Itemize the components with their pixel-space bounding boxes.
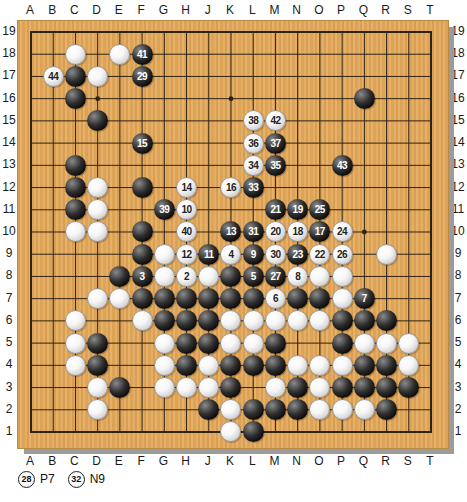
black-stone-R4[interactable]: [376, 355, 397, 376]
row-label-right-17: 17: [451, 68, 464, 82]
white-stone-L5[interactable]: [243, 333, 264, 354]
col-label-bottom-M: M: [269, 454, 279, 468]
white-stone-C5[interactable]: [65, 333, 86, 354]
black-stone-M13[interactable]: 35: [265, 155, 286, 176]
col-label-top-J: J: [205, 3, 211, 17]
white-stone-G3[interactable]: [154, 377, 175, 398]
black-stone-J5[interactable]: [198, 333, 219, 354]
col-label-bottom-T: T: [426, 454, 433, 468]
row-label-left-18: 18: [2, 46, 15, 60]
white-stone-M7[interactable]: 6: [265, 288, 286, 309]
col-label-top-A: A: [26, 3, 34, 17]
row-label-right-7: 7: [455, 291, 462, 305]
row-label-right-15: 15: [451, 113, 464, 127]
col-label-bottom-K: K: [226, 454, 234, 468]
black-stone-L2[interactable]: [243, 399, 264, 420]
white-stone-J4[interactable]: [198, 355, 219, 376]
row-label-left-16: 16: [2, 91, 15, 105]
white-stone-G8[interactable]: [154, 266, 175, 287]
black-stone-F18[interactable]: 41: [132, 44, 153, 65]
col-label-bottom-E: E: [115, 454, 123, 468]
col-label-top-F: F: [137, 3, 144, 17]
col-label-top-H: H: [181, 3, 190, 17]
black-stone-F17[interactable]: 29: [132, 66, 153, 87]
black-stone-C12[interactable]: [65, 177, 86, 198]
white-stone-P2[interactable]: [332, 399, 353, 420]
white-stone-L14[interactable]: 36: [243, 133, 264, 154]
row-label-right-19: 19: [451, 24, 464, 38]
row-label-left-10: 10: [2, 224, 15, 238]
white-stone-Q2[interactable]: [354, 399, 375, 420]
black-stone-C16[interactable]: [65, 88, 86, 109]
white-stone-E18[interactable]: [109, 44, 130, 65]
white-stone-K5[interactable]: [220, 333, 241, 354]
row-label-right-11: 11: [452, 202, 464, 216]
black-stone-F14[interactable]: 15: [132, 133, 153, 154]
white-stone-M3[interactable]: [265, 377, 286, 398]
row-label-right-10: 10: [451, 224, 464, 238]
row-label-right-13: 13: [451, 157, 464, 171]
go-game-diagram: ABCDEFGHJKLMNOPQRST ABCDEFGHJKLMNOPQRST …: [0, 0, 467, 502]
white-stone-D17[interactable]: [87, 66, 108, 87]
col-label-bottom-J: J: [205, 454, 211, 468]
black-stone-L8[interactable]: 5: [243, 266, 264, 287]
col-label-bottom-L: L: [249, 454, 256, 468]
row-label-right-12: 12: [451, 180, 464, 194]
white-stone-G9[interactable]: [154, 244, 175, 265]
col-label-bottom-N: N: [292, 454, 301, 468]
row-label-right-4: 4: [455, 357, 462, 371]
col-label-top-N: N: [292, 3, 301, 17]
white-stone-Q5[interactable]: [354, 333, 375, 354]
white-stone-B17[interactable]: 44: [43, 66, 64, 87]
black-stone-G7[interactable]: [154, 288, 175, 309]
row-label-left-8: 8: [6, 268, 13, 282]
white-stone-F6[interactable]: [132, 310, 153, 331]
row-label-right-6: 6: [455, 313, 462, 327]
black-stone-F10[interactable]: [132, 221, 153, 242]
col-label-bottom-F: F: [137, 454, 144, 468]
col-label-top-K: K: [226, 3, 234, 17]
row-label-left-19: 19: [2, 24, 15, 38]
star-point-K16: [229, 96, 234, 101]
row-label-left-15: 15: [2, 113, 15, 127]
black-stone-F9[interactable]: [132, 244, 153, 265]
black-stone-C13[interactable]: [65, 155, 86, 176]
col-label-top-E: E: [115, 3, 123, 17]
white-stone-C4[interactable]: [65, 355, 86, 376]
row-label-left-11: 11: [3, 202, 15, 216]
annotation-point-32: N9: [90, 472, 105, 486]
row-label-left-3: 3: [6, 380, 13, 394]
col-label-bottom-O: O: [314, 454, 323, 468]
white-stone-H8[interactable]: 2: [176, 266, 197, 287]
col-label-bottom-D: D: [92, 454, 101, 468]
row-label-left-5: 5: [6, 335, 13, 349]
white-stone-R9[interactable]: [376, 244, 397, 265]
black-stone-L4[interactable]: [243, 355, 264, 376]
black-stone-Q4[interactable]: [354, 355, 375, 376]
white-stone-symbol-28: 28: [18, 471, 35, 488]
row-label-left-17: 17: [2, 68, 15, 82]
white-stone-G4[interactable]: [154, 355, 175, 376]
row-label-left-4: 4: [6, 357, 13, 371]
col-label-top-L: L: [249, 3, 256, 17]
black-stone-J9[interactable]: 11: [198, 244, 219, 265]
black-stone-M8[interactable]: 27: [265, 266, 286, 287]
col-label-bottom-S: S: [404, 454, 412, 468]
white-stone-N4[interactable]: [287, 355, 308, 376]
row-label-left-14: 14: [2, 135, 15, 149]
col-label-top-P: P: [337, 3, 345, 17]
col-label-bottom-R: R: [381, 454, 390, 468]
white-stone-P10[interactable]: 24: [332, 221, 353, 242]
white-stone-S5[interactable]: [398, 333, 419, 354]
row-label-left-1: 1: [6, 424, 13, 438]
row-label-left-13: 13: [2, 157, 15, 171]
black-stone-P3[interactable]: [332, 377, 353, 398]
black-stone-P13[interactable]: 43: [332, 155, 353, 176]
white-stone-M9[interactable]: 30: [265, 244, 286, 265]
black-stone-M14[interactable]: 37: [265, 133, 286, 154]
col-label-bottom-G: G: [159, 454, 168, 468]
black-stone-H4[interactable]: [176, 355, 197, 376]
row-label-right-9: 9: [455, 246, 462, 260]
col-label-top-O: O: [314, 3, 323, 17]
white-stone-L13[interactable]: 34: [243, 155, 264, 176]
row-label-left-12: 12: [2, 180, 15, 194]
black-stone-L9[interactable]: 9: [243, 244, 264, 265]
star-point-Q10: [362, 230, 367, 235]
col-label-top-S: S: [404, 3, 412, 17]
white-stone-P8[interactable]: [332, 266, 353, 287]
col-label-bottom-Q: Q: [359, 454, 368, 468]
white-stone-P4[interactable]: [332, 355, 353, 376]
white-stone-L15[interactable]: 38: [243, 110, 264, 131]
black-stone-Q7[interactable]: 7: [354, 288, 375, 309]
annotation-point-28: P7: [40, 472, 55, 486]
black-stone-M4[interactable]: [265, 355, 286, 376]
black-stone-D5[interactable]: [87, 333, 108, 354]
black-stone-M5[interactable]: [265, 333, 286, 354]
col-label-bottom-C: C: [70, 454, 79, 468]
col-label-bottom-P: P: [337, 454, 345, 468]
col-label-bottom-A: A: [26, 454, 34, 468]
annotation-move-28: 28 P7: [18, 471, 55, 488]
go-board[interactable]: 2345678910111213141516171819202122232425…: [17, 20, 449, 449]
col-label-top-Q: Q: [359, 3, 368, 17]
black-stone-R3[interactable]: [376, 377, 397, 398]
col-label-top-D: D: [92, 3, 101, 17]
col-label-top-C: C: [70, 3, 79, 17]
white-stone-R5[interactable]: [376, 333, 397, 354]
col-label-top-G: G: [159, 3, 168, 17]
black-stone-D4[interactable]: [87, 355, 108, 376]
white-stone-O9[interactable]: 22: [309, 244, 330, 265]
black-stone-F8[interactable]: 3: [132, 266, 153, 287]
row-label-left-2: 2: [6, 402, 13, 416]
black-stone-P5[interactable]: [332, 333, 353, 354]
white-stone-G5[interactable]: [154, 333, 175, 354]
black-stone-C17[interactable]: [65, 66, 86, 87]
row-label-left-9: 9: [6, 246, 13, 260]
row-label-right-5: 5: [455, 335, 462, 349]
white-stone-P7[interactable]: [332, 288, 353, 309]
white-stone-N8[interactable]: 8: [287, 266, 308, 287]
black-stone-H5[interactable]: [176, 333, 197, 354]
black-stone-Q3[interactable]: [354, 377, 375, 398]
black-stone-F7[interactable]: [132, 288, 153, 309]
col-label-top-M: M: [269, 3, 279, 17]
row-label-right-16: 16: [451, 91, 464, 105]
white-stone-P9[interactable]: 26: [332, 244, 353, 265]
row-label-left-7: 7: [6, 291, 13, 305]
white-stone-H12[interactable]: 14: [176, 177, 197, 198]
white-stone-H3[interactable]: [176, 377, 197, 398]
col-label-top-R: R: [381, 3, 390, 17]
row-label-right-8: 8: [455, 268, 462, 282]
black-stone-F12[interactable]: [132, 177, 153, 198]
col-label-top-T: T: [426, 3, 433, 17]
white-stone-S4[interactable]: [398, 355, 419, 376]
white-stone-C18[interactable]: [65, 44, 86, 65]
col-label-top-B: B: [48, 3, 56, 17]
col-label-bottom-B: B: [48, 454, 56, 468]
black-stone-L7[interactable]: [243, 288, 264, 309]
black-stone-P6[interactable]: [332, 310, 353, 331]
row-label-right-14: 14: [451, 135, 464, 149]
row-label-right-1: 1: [455, 424, 462, 438]
row-label-right-18: 18: [451, 46, 464, 60]
star-point-D16: [95, 96, 100, 101]
move-annotations: 28 P7 32 N9: [18, 469, 105, 489]
row-label-left-6: 6: [6, 313, 13, 327]
white-stone-H9[interactable]: 12: [176, 244, 197, 265]
black-stone-G11[interactable]: 39: [154, 199, 175, 220]
col-label-bottom-H: H: [181, 454, 190, 468]
black-stone-N9[interactable]: 23: [287, 244, 308, 265]
row-label-right-3: 3: [455, 380, 462, 394]
white-stone-symbol-32: 32: [68, 471, 85, 488]
white-stone-L6[interactable]: [243, 310, 264, 331]
row-label-right-2: 2: [455, 402, 462, 416]
black-stone-L12[interactable]: 33: [243, 177, 264, 198]
black-stone-Q16[interactable]: [354, 88, 375, 109]
annotation-move-32: 32 N9: [68, 471, 105, 488]
